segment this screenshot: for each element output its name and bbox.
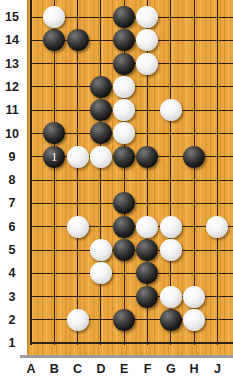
stone-white[interactable]	[67, 146, 89, 168]
row-coordinate-label: 12	[0, 79, 24, 95]
stone-black[interactable]	[113, 146, 135, 168]
stone-black[interactable]	[160, 309, 182, 331]
row-coordinate-label: 11	[0, 102, 24, 118]
board-grid[interactable]: 1	[19, 5, 229, 354]
stone-white[interactable]	[160, 239, 182, 261]
stone-black[interactable]	[43, 29, 65, 51]
row-coordinate-label: 3	[0, 289, 24, 305]
stone-white[interactable]	[206, 216, 228, 238]
row-coordinate-label: 14	[0, 32, 24, 48]
stone-white[interactable]	[113, 122, 135, 144]
stone-white[interactable]	[136, 53, 158, 75]
stone-white[interactable]	[183, 309, 205, 331]
row-coordinate-label: 15	[0, 9, 24, 25]
stone-white[interactable]	[43, 6, 65, 28]
stone-white[interactable]	[90, 262, 112, 284]
stone-white[interactable]	[160, 216, 182, 238]
column-coordinate-label: C	[68, 362, 88, 377]
stone-black[interactable]	[90, 76, 112, 98]
stone-white[interactable]	[136, 6, 158, 28]
stone-black[interactable]	[136, 286, 158, 308]
stone-black[interactable]	[113, 29, 135, 51]
stone-black[interactable]	[67, 29, 89, 51]
stone-white[interactable]	[183, 286, 205, 308]
column-coordinate-label: J	[207, 362, 227, 377]
stone-white[interactable]	[113, 99, 135, 121]
stone-white[interactable]	[90, 146, 112, 168]
row-coordinate-label: 1	[0, 335, 24, 351]
stone-white[interactable]	[136, 216, 158, 238]
stone-black[interactable]	[113, 6, 135, 28]
row-coordinate-label: 10	[0, 126, 24, 142]
row-coordinate-label: 7	[0, 195, 24, 211]
stone-black[interactable]	[136, 239, 158, 261]
row-coordinate-label: 4	[0, 265, 24, 281]
column-coordinate-label: G	[161, 362, 181, 377]
row-coordinate-label: 2	[0, 312, 24, 328]
row-coordinate-label: 6	[0, 219, 24, 235]
stone-white[interactable]	[67, 309, 89, 331]
stone-white[interactable]	[90, 239, 112, 261]
stone-white[interactable]	[113, 76, 135, 98]
stone-white[interactable]	[160, 286, 182, 308]
move-number-label: 1	[51, 151, 57, 163]
stone-black[interactable]	[90, 122, 112, 144]
column-coordinate-label: E	[114, 362, 134, 377]
stone-black[interactable]	[136, 262, 158, 284]
row-coordinate-label: 9	[0, 149, 24, 165]
row-coordinate-label: 5	[0, 242, 24, 258]
column-coordinate-label: B	[44, 362, 64, 377]
row-coordinate-label: 13	[0, 56, 24, 72]
column-coordinate-label: A	[21, 362, 41, 377]
stone-black[interactable]	[90, 99, 112, 121]
stone-white[interactable]	[136, 29, 158, 51]
stone-black[interactable]	[113, 239, 135, 261]
row-coordinate-label: 8	[0, 172, 24, 188]
column-coordinate-label: F	[138, 362, 158, 377]
stone-black[interactable]: 1	[43, 146, 65, 168]
stone-white[interactable]	[160, 99, 182, 121]
stone-black[interactable]	[113, 216, 135, 238]
column-coordinate-label: D	[91, 362, 111, 377]
stone-black[interactable]	[136, 146, 158, 168]
go-diagram-page: 1 151413121110987654321 ABCDEFGHJ	[0, 0, 233, 380]
stone-white[interactable]	[67, 216, 89, 238]
stone-black[interactable]	[183, 146, 205, 168]
stone-black[interactable]	[113, 192, 135, 214]
column-coordinate-label: H	[184, 362, 204, 377]
stone-black[interactable]	[113, 53, 135, 75]
stone-black[interactable]	[43, 122, 65, 144]
stone-black[interactable]	[113, 309, 135, 331]
